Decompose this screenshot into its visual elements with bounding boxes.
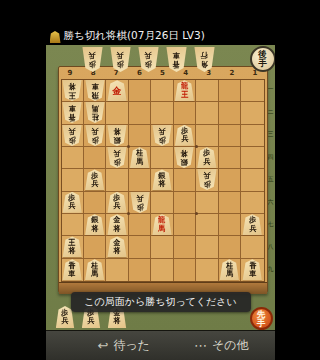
sente-piece-歩兵[interactable]: 歩兵: [62, 192, 82, 213]
file-label-5: 5: [151, 67, 174, 79]
square-6七[interactable]: [129, 214, 151, 236]
square-7六[interactable]: 歩兵: [106, 192, 128, 214]
square-1五[interactable]: [241, 169, 263, 191]
square-3六[interactable]: [196, 192, 218, 214]
square-7五[interactable]: [106, 169, 128, 191]
app-title: 勝ち切れ将棋(07月26日 LV3): [64, 29, 269, 43]
shogi-piece-icon: [50, 31, 61, 43]
play-field: 歩兵歩兵歩兵香車角行 987654321 王将飛車金龍王香車桂馬歩兵歩兵銀将歩兵…: [46, 45, 275, 330]
instruction-toast: この局面から勝ち切ってください: [71, 292, 251, 312]
ellipsis-icon: ⋯: [194, 338, 207, 353]
square-7三[interactable]: 銀将: [106, 125, 128, 147]
file-label-2: 2: [220, 67, 243, 79]
square-2六[interactable]: [219, 192, 241, 214]
square-1一[interactable]: [241, 80, 263, 102]
square-5五[interactable]: 銀将: [151, 169, 173, 191]
rank-label-一: 一: [268, 78, 275, 101]
sente-piece-金[interactable]: 金: [107, 80, 127, 101]
file-label-9: 9: [59, 67, 82, 79]
sente-piece-香車[interactable]: 香車: [242, 259, 262, 280]
square-3八[interactable]: [196, 236, 218, 258]
square-9二[interactable]: 香車: [62, 102, 84, 124]
square-1七[interactable]: 歩兵: [241, 214, 263, 236]
more-button[interactable]: ⋯ その他: [194, 337, 249, 354]
square-9六[interactable]: 歩兵: [62, 192, 84, 214]
rank-label-七: 七: [268, 213, 275, 236]
app-screen: 勝ち切れ将棋(07月26日 LV3) 歩兵歩兵歩兵香車角行 987654321 …: [46, 0, 275, 360]
gote-piece-香車[interactable]: 香車: [62, 102, 82, 123]
rank-labels: 一二三四五六七八九: [268, 78, 275, 281]
sente-piece-銀将[interactable]: 銀将: [152, 169, 172, 190]
rank-label-九: 九: [268, 258, 275, 281]
square-2一[interactable]: [219, 80, 241, 102]
square-5六[interactable]: [151, 192, 173, 214]
sente-piece-桂馬[interactable]: 桂馬: [130, 147, 150, 168]
sente-piece-歩兵[interactable]: 歩兵: [85, 169, 105, 190]
gote-piece-歩兵[interactable]: 歩兵: [62, 125, 82, 146]
sente-piece-桂馬[interactable]: 桂馬: [85, 259, 105, 280]
square-4五[interactable]: [174, 169, 196, 191]
square-4三[interactable]: 歩兵: [174, 125, 196, 147]
square-8七[interactable]: 銀将: [84, 214, 106, 236]
square-2四[interactable]: [219, 147, 241, 169]
square-4一[interactable]: 龍王: [174, 80, 196, 102]
board-grid[interactable]: 王将飛車金龍王香車桂馬歩兵歩兵銀将歩兵歩兵歩兵桂馬銀将歩兵歩兵銀将歩兵歩兵歩兵歩…: [61, 79, 265, 282]
square-4八[interactable]: [174, 236, 196, 258]
sente-piece-龍王[interactable]: 龍王: [174, 80, 194, 101]
square-8九[interactable]: 桂馬: [84, 259, 106, 281]
square-6二[interactable]: [129, 102, 151, 124]
sente-piece-歩兵[interactable]: 歩兵: [107, 192, 127, 213]
sente-piece-香車[interactable]: 香車: [62, 259, 82, 280]
square-9五[interactable]: [62, 169, 84, 191]
square-8六[interactable]: [84, 192, 106, 214]
undo-label: 待った: [113, 337, 150, 354]
square-8二[interactable]: 桂馬: [84, 102, 106, 124]
gote-piece-飛車[interactable]: 飛車: [85, 80, 105, 101]
gote-piece-歩兵[interactable]: 歩兵: [130, 192, 150, 213]
square-7一[interactable]: 金: [106, 80, 128, 102]
more-label: その他: [212, 337, 249, 354]
bottom-bar: ↩ 待った ⋯ その他: [46, 330, 275, 360]
square-3五[interactable]: 歩兵: [196, 169, 218, 191]
square-8五[interactable]: 歩兵: [84, 169, 106, 191]
square-8三[interactable]: 歩兵: [84, 125, 106, 147]
square-2三[interactable]: [219, 125, 241, 147]
square-3一[interactable]: [196, 80, 218, 102]
gote-badge: 後手: [250, 46, 275, 72]
undo-button[interactable]: ↩ 待った: [98, 337, 150, 354]
rank-label-二: 二: [268, 101, 275, 124]
square-2二[interactable]: [219, 102, 241, 124]
gote-piece-銀将[interactable]: 銀将: [174, 147, 194, 168]
sente-piece-金将[interactable]: 金将: [107, 236, 127, 257]
square-4九[interactable]: [174, 259, 196, 281]
sente-piece-桂馬[interactable]: 桂馬: [219, 259, 239, 280]
square-2五[interactable]: [219, 169, 241, 191]
square-6九[interactable]: [129, 259, 151, 281]
square-3九[interactable]: [196, 259, 218, 281]
sente-piece-歩兵[interactable]: 歩兵: [174, 125, 194, 146]
square-9七[interactable]: [62, 214, 84, 236]
gote-piece-歩兵[interactable]: 歩兵: [85, 125, 105, 146]
undo-arrow-icon: ↩: [98, 338, 109, 353]
square-5八[interactable]: [151, 236, 173, 258]
square-8四[interactable]: [84, 147, 106, 169]
square-1六[interactable]: [241, 192, 263, 214]
sente-piece-銀将[interactable]: 銀将: [85, 214, 105, 235]
square-2九[interactable]: 桂馬: [219, 259, 241, 281]
square-9八[interactable]: 王将: [62, 236, 84, 258]
rank-label-三: 三: [268, 123, 275, 146]
square-6三[interactable]: [129, 125, 151, 147]
square-6六[interactable]: 歩兵: [129, 192, 151, 214]
square-1四[interactable]: [241, 147, 263, 169]
square-1二[interactable]: [241, 102, 263, 124]
shogi-board[interactable]: 987654321 王将飛車金龍王香車桂馬歩兵歩兵銀将歩兵歩兵歩兵桂馬銀将歩兵歩…: [58, 66, 268, 293]
gote-piece-王将[interactable]: 王将: [62, 80, 82, 101]
rank-label-四: 四: [268, 146, 275, 169]
square-5四[interactable]: [151, 147, 173, 169]
square-7四[interactable]: 歩兵: [106, 147, 128, 169]
square-3三[interactable]: [196, 125, 218, 147]
square-9四[interactable]: [62, 147, 84, 169]
square-3二[interactable]: [196, 102, 218, 124]
sente-piece-歩兵[interactable]: 歩兵: [197, 147, 217, 168]
square-2七[interactable]: [219, 214, 241, 236]
gote-piece-歩兵[interactable]: 歩兵: [107, 147, 127, 168]
square-8一[interactable]: 飛車: [84, 80, 106, 102]
sente-badge-label: 先手: [256, 310, 267, 328]
square-6一[interactable]: [129, 80, 151, 102]
sente-piece-金将[interactable]: 金将: [107, 214, 127, 235]
sente-badge: 先手: [250, 307, 273, 330]
square-4四[interactable]: 銀将: [174, 147, 196, 169]
square-7八[interactable]: 金将: [106, 236, 128, 258]
square-1三[interactable]: [241, 125, 263, 147]
rank-label-六: 六: [268, 191, 275, 214]
square-9九[interactable]: 香車: [62, 259, 84, 281]
square-7二[interactable]: [106, 102, 128, 124]
rank-label-八: 八: [268, 236, 275, 259]
square-3四[interactable]: 歩兵: [196, 147, 218, 169]
square-6八[interactable]: [129, 236, 151, 258]
square-5九[interactable]: [151, 259, 173, 281]
square-7七[interactable]: 金将: [106, 214, 128, 236]
gote-piece-桂馬[interactable]: 桂馬: [85, 102, 105, 123]
square-1八[interactable]: [241, 236, 263, 258]
gote-piece-歩兵[interactable]: 歩兵: [152, 125, 172, 146]
square-5二[interactable]: [151, 102, 173, 124]
square-6四[interactable]: 桂馬: [129, 147, 151, 169]
square-8八[interactable]: [84, 236, 106, 258]
square-7九[interactable]: [106, 259, 128, 281]
sente-piece-王将[interactable]: 王将: [62, 236, 82, 257]
square-4七[interactable]: [174, 214, 196, 236]
square-6五[interactable]: [129, 169, 151, 191]
sente-piece-歩兵[interactable]: 歩兵: [242, 214, 262, 235]
gote-piece-銀将[interactable]: 銀将: [107, 125, 127, 146]
title-bar: 勝ち切れ将棋(07月26日 LV3): [46, 0, 275, 45]
square-2八[interactable]: [219, 236, 241, 258]
square-5一[interactable]: [151, 80, 173, 102]
square-3七[interactable]: [196, 214, 218, 236]
square-5七[interactable]: 龍馬: [151, 214, 173, 236]
sente-piece-龍馬[interactable]: 龍馬: [152, 214, 172, 235]
square-5三[interactable]: 歩兵: [151, 125, 173, 147]
gote-piece-歩兵[interactable]: 歩兵: [197, 169, 217, 190]
square-1九[interactable]: 香車: [241, 259, 263, 281]
rank-label-五: 五: [268, 168, 275, 191]
gote-badge-label: 後手: [257, 50, 268, 68]
square-4六[interactable]: [174, 192, 196, 214]
square-9一[interactable]: 王将: [62, 80, 84, 102]
square-4二[interactable]: [174, 102, 196, 124]
square-9三[interactable]: 歩兵: [62, 125, 84, 147]
